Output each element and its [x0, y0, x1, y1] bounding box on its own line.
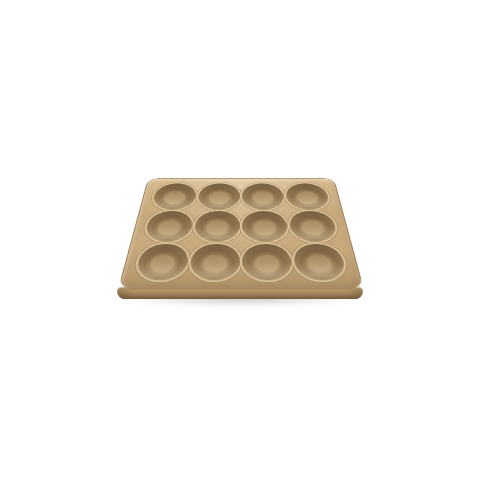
- cup-grid: [133, 183, 350, 281]
- muffin-cup-r2c4: [288, 211, 339, 242]
- muffin-cup-r2c2: [193, 211, 240, 242]
- muffin-cup-r2c3: [242, 211, 289, 242]
- muffin-cup-r3c3: [242, 244, 293, 281]
- muffin-pan: [118, 178, 364, 289]
- product-photo-canvas: [0, 0, 480, 480]
- muffin-cup-r1c1: [151, 184, 197, 210]
- muffin-cup-r1c3: [242, 184, 285, 210]
- muffin-cup-r3c4: [292, 244, 348, 281]
- muffin-cup-r3c2: [188, 244, 239, 281]
- muffin-cup-r1c4: [284, 184, 330, 210]
- muffin-cup-r3c1: [134, 244, 190, 281]
- muffin-cup-r1c2: [197, 184, 240, 210]
- muffin-cup-r2c1: [143, 211, 194, 242]
